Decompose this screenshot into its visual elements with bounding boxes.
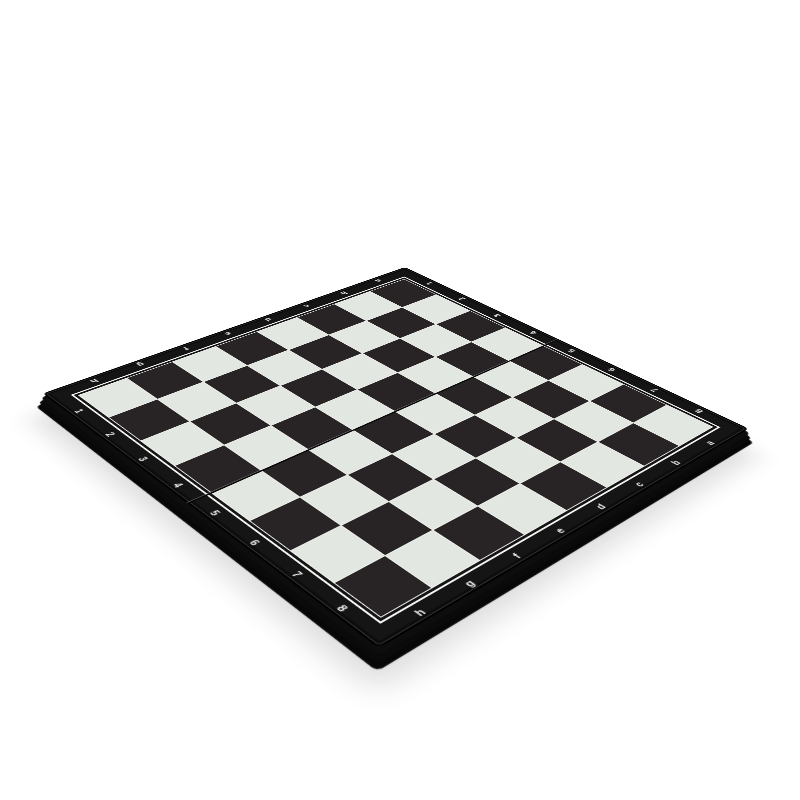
- board-grid: [78, 279, 714, 618]
- playing-area: [71, 276, 721, 623]
- chessboard-frame: 12345678 12345678 abcdefgh abcdefgh: [43, 267, 749, 648]
- product-photo-page: 12345678 12345678 abcdefgh abcdefgh: [0, 0, 800, 800]
- chessboard-3d-wrapper: 12345678 12345678 abcdefgh abcdefgh: [43, 267, 749, 648]
- chessboard-scene: 12345678 12345678 abcdefgh abcdefgh: [0, 0, 800, 800]
